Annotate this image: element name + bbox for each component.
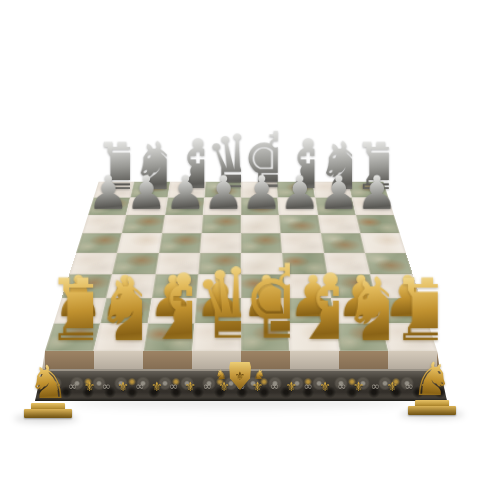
- apron-crest: ♞ ⚜ ♞: [215, 362, 264, 390]
- square-c2: ♟: [147, 298, 196, 323]
- crest-flank-figure-left: ♞: [215, 368, 227, 381]
- chess-board: ♜♞♝♛♚♝♞♜♟♟♟♟♟♟♟♟♟♟♟♟♟♟♟♟♜♞♝♛♚♝♞♜: [45, 182, 437, 351]
- square-e2: ♟: [241, 298, 288, 323]
- square-e8: ♚: [241, 182, 278, 198]
- square-h3: [370, 274, 420, 297]
- square-a1: ♜: [45, 323, 101, 351]
- square-g1: ♞: [335, 323, 388, 351]
- square-d4: [198, 253, 241, 274]
- square-h2: ♟: [375, 298, 428, 323]
- square-a5: [76, 233, 122, 253]
- square-a6: [82, 215, 126, 233]
- square-f2: ♟: [286, 298, 335, 323]
- square-d5: [200, 233, 241, 253]
- square-e6: [241, 215, 281, 233]
- floor-shadow: [400, 410, 464, 419]
- square-f1: ♝: [288, 323, 339, 351]
- square-a2: ♟: [54, 298, 107, 323]
- square-a7: ♟: [88, 198, 130, 215]
- square-f6: [279, 215, 320, 233]
- silver-knight-g8: ♞: [315, 133, 352, 199]
- square-b5: [117, 233, 161, 253]
- square-b7: ♟: [126, 198, 167, 215]
- square-d6: [201, 215, 241, 233]
- square-d3: [196, 274, 241, 297]
- square-h4: [365, 253, 413, 274]
- square-b4: [112, 253, 158, 274]
- silver-bishop-f8: ♝: [278, 131, 315, 199]
- floor-shadow: [70, 396, 410, 408]
- square-g8: ♞: [312, 182, 351, 198]
- square-b8: ♞: [130, 182, 169, 198]
- square-e4: [241, 253, 284, 274]
- square-a4: [69, 253, 117, 274]
- square-c5: [159, 233, 202, 253]
- square-f8: ♝: [277, 182, 315, 198]
- square-f4: [282, 253, 327, 274]
- square-e1: ♚: [241, 323, 290, 351]
- square-g4: [324, 253, 370, 274]
- crest-shield: ⚜: [229, 362, 251, 390]
- square-g6: [317, 215, 360, 233]
- silver-rook-h8: ♜: [352, 134, 389, 199]
- square-e7: ♟: [241, 198, 279, 215]
- square-d2: ♟: [194, 298, 241, 323]
- gilt-horse-foot-left: ♞: [12, 356, 84, 420]
- square-h8: ♜: [348, 182, 389, 198]
- silver-king-e8: ♚: [241, 122, 278, 199]
- square-d7: ♟: [203, 198, 241, 215]
- silver-knight-b8: ♞: [130, 133, 167, 199]
- silver-bishop-c8: ♝: [167, 131, 204, 199]
- square-g7: ♟: [315, 198, 356, 215]
- chess-set-photo: ♜♞♝♛♚♝♞♜♟♟♟♟♟♟♟♟♟♟♟♟♟♟♟♟♜♞♝♛♚♝♞♜ ⚜∞⚜∞⚜∞⚜…: [0, 0, 480, 480]
- square-c7: ♟: [165, 198, 205, 215]
- square-h5: [360, 233, 406, 253]
- square-c4: [155, 253, 200, 274]
- rearing-horse-icon: ♞: [27, 359, 68, 405]
- square-g2: ♟: [331, 298, 382, 323]
- square-f7: ♟: [278, 198, 318, 215]
- square-b6: [122, 215, 165, 233]
- crest-fleur-icon: ⚜: [235, 370, 246, 382]
- rearing-horse-icon: ♞: [411, 356, 452, 402]
- square-b2: ♟: [101, 298, 152, 323]
- square-d1: ♛: [192, 323, 241, 351]
- square-a8: ♜: [94, 182, 135, 198]
- square-c6: [162, 215, 203, 233]
- square-h1: ♜: [381, 323, 437, 351]
- gilt-horse-foot-right: ♞: [396, 353, 468, 417]
- square-c1: ♝: [143, 323, 194, 351]
- square-e5: [241, 233, 282, 253]
- square-f5: [281, 233, 324, 253]
- square-e3: [241, 274, 286, 297]
- square-a3: [62, 274, 112, 297]
- square-g5: [320, 233, 364, 253]
- square-d8: ♛: [204, 182, 241, 198]
- square-h6: [356, 215, 400, 233]
- square-c3: [151, 274, 198, 297]
- square-f3: [284, 274, 331, 297]
- silver-queen-d8: ♛: [204, 125, 241, 198]
- floor-shadow: [14, 414, 78, 423]
- square-b1: ♞: [94, 323, 147, 351]
- crest-flank-figure-right: ♞: [253, 368, 265, 381]
- square-h7: ♟: [352, 198, 394, 215]
- square-c8: ♝: [167, 182, 205, 198]
- square-g3: [327, 274, 376, 297]
- silver-rook-a8: ♜: [93, 134, 130, 199]
- square-b3: [107, 274, 156, 297]
